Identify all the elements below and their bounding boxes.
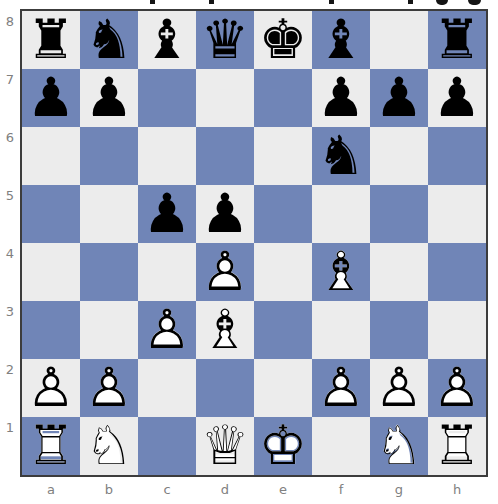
- square-a3[interactable]: [22, 301, 80, 359]
- square-f3[interactable]: [312, 301, 370, 359]
- rank-label-1: 1: [0, 417, 20, 475]
- square-c5[interactable]: ♟: [138, 185, 196, 243]
- square-f2[interactable]: ♟♙: [312, 359, 370, 417]
- black-pawn-d5: ♟: [201, 185, 249, 243]
- square-g6[interactable]: [370, 127, 428, 185]
- rank-labels: 87654321: [0, 9, 20, 477]
- square-b7[interactable]: ♟: [80, 69, 138, 127]
- black-bishop-c8: ♝: [143, 11, 191, 69]
- cropped-caption-fragment: [150, 0, 155, 4]
- square-a5[interactable]: [22, 185, 80, 243]
- rank-label-2: 2: [0, 359, 20, 417]
- file-label-g: g: [370, 477, 428, 504]
- rank-label-7: 7: [0, 69, 20, 127]
- rank-label-8: 8: [0, 11, 20, 69]
- black-knight-b8: ♞: [85, 11, 133, 69]
- black-pawn-c5: ♟: [143, 185, 191, 243]
- square-e2[interactable]: [254, 359, 312, 417]
- square-d6[interactable]: [196, 127, 254, 185]
- white-pawn-d4: ♟♙: [201, 243, 249, 301]
- file-labels: abcdefgh: [0, 477, 498, 504]
- cropped-caption-fragment: [468, 0, 481, 5]
- black-pawn-g7: ♟: [375, 69, 423, 127]
- white-rook-a1: ♜♖: [27, 417, 75, 475]
- square-f4[interactable]: ♝♗: [312, 243, 370, 301]
- square-f7[interactable]: ♟: [312, 69, 370, 127]
- square-c4[interactable]: [138, 243, 196, 301]
- cropped-caption-fragment: [329, 0, 334, 4]
- square-f8[interactable]: ♝: [312, 11, 370, 69]
- cropped-caption-fragment: [436, 0, 448, 5]
- square-d4[interactable]: ♟♙: [196, 243, 254, 301]
- square-f5[interactable]: [312, 185, 370, 243]
- square-a1[interactable]: ♜♖: [22, 417, 80, 475]
- rank-label-3: 3: [0, 301, 20, 359]
- chess-diagram-page: 87654321 ♜♞♝♛♚♝♜♟♟♟♟♟♞♟♟♟♙♝♗♟♙♝♗♟♙♟♙♟♙♟♙…: [0, 0, 498, 504]
- white-pawn-a2: ♟♙: [27, 359, 75, 417]
- square-a8[interactable]: ♜: [22, 11, 80, 69]
- square-h2[interactable]: ♟♙: [428, 359, 486, 417]
- black-bishop-f8: ♝: [317, 11, 365, 69]
- square-b6[interactable]: [80, 127, 138, 185]
- square-h8[interactable]: ♜: [428, 11, 486, 69]
- black-knight-f6: ♞: [317, 127, 365, 185]
- square-e5[interactable]: [254, 185, 312, 243]
- square-b3[interactable]: [80, 301, 138, 359]
- chess-board: ♜♞♝♛♚♝♜♟♟♟♟♟♞♟♟♟♙♝♗♟♙♝♗♟♙♟♙♟♙♟♙♟♙♜♖♞♘♛♕♚…: [20, 9, 488, 477]
- square-a4[interactable]: [22, 243, 80, 301]
- file-label-a: a: [22, 477, 80, 504]
- square-h1[interactable]: ♜♖: [428, 417, 486, 475]
- square-c6[interactable]: [138, 127, 196, 185]
- white-pawn-h2: ♟♙: [433, 359, 481, 417]
- black-pawn-f7: ♟: [317, 69, 365, 127]
- white-knight-b1: ♞♘: [85, 417, 133, 475]
- white-rook-h1: ♜♖: [433, 417, 481, 475]
- file-label-e: e: [254, 477, 312, 504]
- black-pawn-h7: ♟: [433, 69, 481, 127]
- file-label-f: f: [312, 477, 370, 504]
- square-h4[interactable]: [428, 243, 486, 301]
- white-pawn-c3: ♟♙: [143, 301, 191, 359]
- square-e7[interactable]: [254, 69, 312, 127]
- black-pawn-b7: ♟: [85, 69, 133, 127]
- square-b4[interactable]: [80, 243, 138, 301]
- square-g1[interactable]: ♞♘: [370, 417, 428, 475]
- square-c8[interactable]: ♝: [138, 11, 196, 69]
- white-queen-d1: ♛♕: [201, 417, 249, 475]
- square-f6[interactable]: ♞: [312, 127, 370, 185]
- black-king-e8: ♚: [259, 11, 307, 69]
- square-e4[interactable]: [254, 243, 312, 301]
- square-c1[interactable]: [138, 417, 196, 475]
- square-b2[interactable]: ♟♙: [80, 359, 138, 417]
- square-h3[interactable]: [428, 301, 486, 359]
- square-g8[interactable]: [370, 11, 428, 69]
- square-f1[interactable]: [312, 417, 370, 475]
- square-d1[interactable]: ♛♕: [196, 417, 254, 475]
- white-pawn-b2: ♟♙: [85, 359, 133, 417]
- white-king-e1: ♚♔: [259, 417, 307, 475]
- square-a2[interactable]: ♟♙: [22, 359, 80, 417]
- square-g3[interactable]: [370, 301, 428, 359]
- square-c2[interactable]: [138, 359, 196, 417]
- square-c3[interactable]: ♟♙: [138, 301, 196, 359]
- white-knight-g1: ♞♘: [375, 417, 423, 475]
- square-g5[interactable]: [370, 185, 428, 243]
- white-bishop-f4: ♝♗: [317, 243, 365, 301]
- square-d2[interactable]: [196, 359, 254, 417]
- square-a6[interactable]: [22, 127, 80, 185]
- square-g4[interactable]: [370, 243, 428, 301]
- square-a7[interactable]: ♟: [22, 69, 80, 127]
- cropped-caption-fragment: [408, 0, 413, 4]
- square-e1[interactable]: ♚♔: [254, 417, 312, 475]
- file-label-h: h: [428, 477, 486, 504]
- rank-label-6: 6: [0, 127, 20, 185]
- black-pawn-a7: ♟: [27, 69, 75, 127]
- square-h7[interactable]: ♟: [428, 69, 486, 127]
- black-queen-d8: ♛: [201, 11, 249, 69]
- file-label-b: b: [80, 477, 138, 504]
- white-pawn-f2: ♟♙: [317, 359, 365, 417]
- square-h6[interactable]: [428, 127, 486, 185]
- square-b5[interactable]: [80, 185, 138, 243]
- square-g7[interactable]: ♟: [370, 69, 428, 127]
- file-label-c: c: [138, 477, 196, 504]
- square-d3[interactable]: ♝♗: [196, 301, 254, 359]
- rank-label-4: 4: [0, 243, 20, 301]
- black-rook-h8: ♜: [433, 11, 481, 69]
- square-d5[interactable]: ♟: [196, 185, 254, 243]
- square-e6[interactable]: [254, 127, 312, 185]
- black-rook-a8: ♜: [27, 11, 75, 69]
- rank-label-5: 5: [0, 185, 20, 243]
- square-d8[interactable]: ♛: [196, 11, 254, 69]
- square-e8[interactable]: ♚: [254, 11, 312, 69]
- white-pawn-g2: ♟♙: [375, 359, 423, 417]
- white-bishop-d3: ♝♗: [201, 301, 249, 359]
- cropped-caption-fragment: [209, 0, 214, 4]
- square-b8[interactable]: ♞: [80, 11, 138, 69]
- square-d7[interactable]: [196, 69, 254, 127]
- square-g2[interactable]: ♟♙: [370, 359, 428, 417]
- square-b1[interactable]: ♞♘: [80, 417, 138, 475]
- square-h5[interactable]: [428, 185, 486, 243]
- square-c7[interactable]: [138, 69, 196, 127]
- square-e3[interactable]: [254, 301, 312, 359]
- file-label-d: d: [196, 477, 254, 504]
